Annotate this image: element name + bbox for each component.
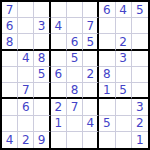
cell-r6c4[interactable] [51, 83, 67, 99]
cell-r4c5[interactable]: 5 [67, 51, 83, 67]
cell-r5c9[interactable] [132, 67, 148, 83]
cell-r2c4[interactable]: 4 [51, 18, 67, 34]
cell-r8c3[interactable] [34, 116, 50, 132]
cell-r3c4[interactable] [51, 34, 67, 50]
cell-r4c9[interactable] [132, 51, 148, 67]
cell-r2c5[interactable] [67, 18, 83, 34]
cell-r8c2[interactable] [18, 116, 34, 132]
cell-r7c1[interactable] [2, 99, 18, 115]
cell-r4c8[interactable]: 3 [116, 51, 132, 67]
cell-r5c7[interactable]: 8 [99, 67, 115, 83]
cell-r9c8[interactable] [116, 132, 132, 148]
cell-r5c3[interactable]: 5 [34, 67, 50, 83]
cell-r7c2[interactable]: 6 [18, 99, 34, 115]
cell-r9c7[interactable] [99, 132, 115, 148]
cell-r7c3[interactable] [34, 99, 50, 115]
cell-r7c9[interactable]: 3 [132, 99, 148, 115]
cell-r8c8[interactable] [116, 116, 132, 132]
cell-r2c6[interactable]: 7 [83, 18, 99, 34]
cell-r8c6[interactable]: 4 [83, 116, 99, 132]
cell-r2c9[interactable] [132, 18, 148, 34]
cell-r1c4[interactable] [51, 2, 67, 18]
cell-r6c2[interactable]: 7 [18, 83, 34, 99]
cell-r2c2[interactable] [18, 18, 34, 34]
cell-r2c3[interactable]: 3 [34, 18, 50, 34]
cell-r1c3[interactable] [34, 2, 50, 18]
cell-r5c4[interactable]: 6 [51, 67, 67, 83]
cell-r9c3[interactable]: 9 [34, 132, 50, 148]
cell-r4c3[interactable]: 8 [34, 51, 50, 67]
cell-r3c1[interactable]: 8 [2, 34, 18, 50]
cell-r6c9[interactable] [132, 83, 148, 99]
cell-r9c4[interactable] [51, 132, 67, 148]
cell-r2c1[interactable]: 6 [2, 18, 18, 34]
sudoku-board: 764563478652485356287815627314524291 [0, 0, 150, 150]
cell-r8c9[interactable]: 2 [132, 116, 148, 132]
cell-r2c7[interactable] [99, 18, 115, 34]
cell-r6c8[interactable]: 5 [116, 83, 132, 99]
cell-r9c6[interactable] [83, 132, 99, 148]
cell-r6c5[interactable]: 8 [67, 83, 83, 99]
cell-r1c2[interactable] [18, 2, 34, 18]
cell-r6c6[interactable] [83, 83, 99, 99]
cell-r1c8[interactable]: 4 [116, 2, 132, 18]
cell-r7c5[interactable]: 7 [67, 99, 83, 115]
cell-r3c6[interactable]: 5 [83, 34, 99, 50]
cell-r7c8[interactable] [116, 99, 132, 115]
cell-r7c4[interactable]: 2 [51, 99, 67, 115]
cell-r3c9[interactable] [132, 34, 148, 50]
cell-r8c1[interactable] [2, 116, 18, 132]
cell-r9c9[interactable]: 1 [132, 132, 148, 148]
cell-r5c6[interactable]: 2 [83, 67, 99, 83]
cell-r2c8[interactable] [116, 18, 132, 34]
cell-r5c2[interactable] [18, 67, 34, 83]
cell-r6c7[interactable]: 1 [99, 83, 115, 99]
cell-r7c6[interactable] [83, 99, 99, 115]
cell-r9c5[interactable] [67, 132, 83, 148]
cell-r3c3[interactable] [34, 34, 50, 50]
cell-r9c2[interactable]: 2 [18, 132, 34, 148]
cell-r4c7[interactable] [99, 51, 115, 67]
cell-r4c6[interactable] [83, 51, 99, 67]
cell-r6c3[interactable] [34, 83, 50, 99]
cell-r5c5[interactable] [67, 67, 83, 83]
cell-r6c1[interactable] [2, 83, 18, 99]
cell-r5c8[interactable] [116, 67, 132, 83]
cell-r8c4[interactable]: 1 [51, 116, 67, 132]
cell-r1c1[interactable]: 7 [2, 2, 18, 18]
cell-r1c5[interactable] [67, 2, 83, 18]
cell-r9c1[interactable]: 4 [2, 132, 18, 148]
cell-r5c1[interactable] [2, 67, 18, 83]
cell-r1c7[interactable]: 6 [99, 2, 115, 18]
cell-r3c7[interactable] [99, 34, 115, 50]
cell-r7c7[interactable] [99, 99, 115, 115]
cell-r3c2[interactable] [18, 34, 34, 50]
cell-r4c2[interactable]: 4 [18, 51, 34, 67]
cell-r3c8[interactable]: 2 [116, 34, 132, 50]
cell-r4c1[interactable] [2, 51, 18, 67]
cell-r1c9[interactable]: 5 [132, 2, 148, 18]
cell-r1c6[interactable] [83, 2, 99, 18]
cell-r3c5[interactable]: 6 [67, 34, 83, 50]
cell-r8c5[interactable] [67, 116, 83, 132]
cell-r8c7[interactable]: 5 [99, 116, 115, 132]
cell-r4c4[interactable] [51, 51, 67, 67]
